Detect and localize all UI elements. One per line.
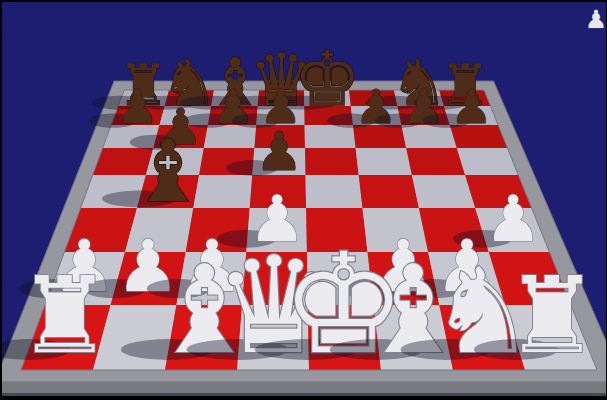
square-g5[interactable]	[406, 148, 465, 175]
piece-white-rook-h1[interactable]: ♜	[505, 254, 599, 377]
square-e4[interactable]	[306, 175, 363, 208]
piece-black-pawn-d5[interactable]: ♟	[255, 121, 303, 183]
square-g4[interactable]	[412, 175, 475, 208]
piece-white-rook-a1[interactable]: ♜	[18, 254, 112, 377]
chess-board-3d[interactable]: ♜♞♝♛♚♞♜♟♟♟♟♟♟♟♟♝♟♟♟♟♟♟♟♜♝♛♚♝♞♜♟	[2, 2, 607, 400]
square-e6[interactable]	[305, 125, 356, 148]
piece-black-king-e8[interactable]: ♚	[293, 35, 361, 123]
pawn-cursor-icon: ♟	[585, 5, 607, 34]
board-front-skirt	[2, 393, 607, 398]
piece-black-pawn-h7[interactable]: ♟	[450, 80, 492, 134]
chess-game-screen: ♜♞♝♛♚♞♜♟♟♟♟♟♟♟♟♝♟♟♟♟♟♟♟♜♝♛♚♝♞♜♟	[0, 0, 607, 400]
square-f4[interactable]	[359, 175, 419, 208]
square-f5[interactable]	[356, 148, 412, 175]
piece-black-bishop-b4[interactable]: ♝	[130, 121, 207, 221]
square-e5[interactable]	[305, 148, 359, 175]
